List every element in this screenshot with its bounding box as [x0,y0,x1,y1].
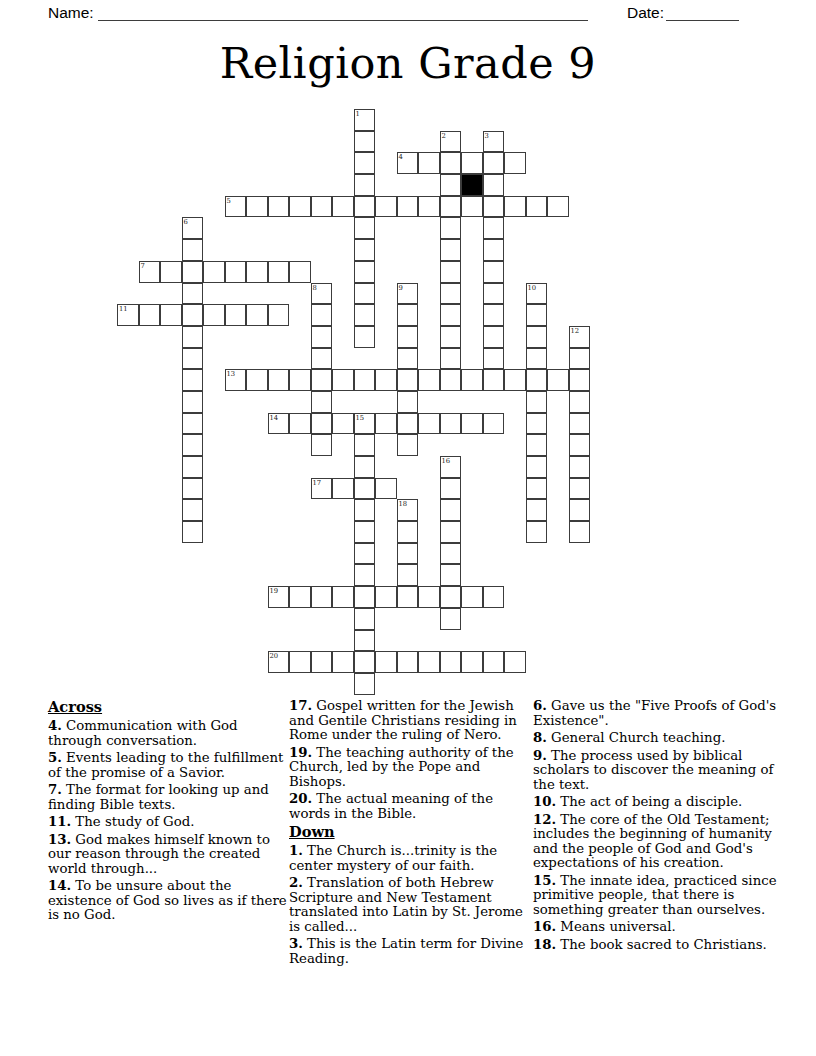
across-clue-19: 19. The teaching authority of the Church… [289,746,532,790]
grid-cell[interactable] [311,391,333,413]
down-clue-6: 6. Gave us the "Five Proofs of God's Exi… [533,699,785,728]
clue-number: 20 [270,652,279,660]
grid-cell[interactable] [246,196,268,218]
across-clue-13: 13. God makes himself known to our reaso… [48,833,287,877]
down-heading: Down [289,824,532,840]
grid-cell[interactable] [483,413,505,435]
grid-cell[interactable]: 1 [354,109,376,131]
clue-number: 4 [399,153,403,161]
grid-cell[interactable] [354,131,376,153]
grid-cell[interactable] [440,152,462,174]
clue-number: 13 [227,370,236,378]
grid-cell[interactable]: 10 [526,283,548,305]
grid-cell[interactable]: 5 [225,196,247,218]
grid-cell[interactable] [569,434,591,456]
grid-cell[interactable]: 12 [569,326,591,348]
grid-cell[interactable] [354,304,376,326]
grid-cell[interactable] [354,673,376,695]
grid-cell[interactable] [440,239,462,261]
grid-cell[interactable] [504,196,526,218]
grid-cell[interactable] [461,152,483,174]
grid-cell[interactable] [289,651,311,673]
grid-cell[interactable] [354,651,376,673]
down-clue-16: 16. Means universal. [533,920,785,935]
grid-cell[interactable] [483,217,505,239]
grid-cell[interactable] [526,304,548,326]
grid-cell[interactable] [160,304,182,326]
grid-cell[interactable] [311,304,333,326]
grid-cell[interactable]: 7 [139,261,161,283]
grid-cell[interactable] [354,586,376,608]
grid-cell[interactable] [440,586,462,608]
grid-cell[interactable] [440,608,462,630]
clue-number: 6 [184,218,188,226]
clue-number: 7 [141,262,145,270]
grid-cell[interactable] [354,239,376,261]
grid-cell[interactable] [397,586,419,608]
grid-cell[interactable] [225,261,247,283]
grid-cell[interactable] [569,369,591,391]
grid-cell[interactable] [526,521,548,543]
grid-cell[interactable] [354,152,376,174]
grid-cell[interactable] [504,369,526,391]
clue-number: 11 [119,305,128,313]
grid-cell[interactable] [418,196,440,218]
grid-cell[interactable]: 19 [268,586,290,608]
grid-cell[interactable] [526,478,548,500]
grid-cell[interactable] [418,413,440,435]
clue-number: 2 [442,132,446,140]
across-clue-17: 17. Gospel written for the Jewish and Ge… [289,699,532,743]
grid-cell[interactable] [461,413,483,435]
grid-cell[interactable] [440,499,462,521]
clue-number: 10 [528,284,537,292]
grid-cell[interactable] [397,196,419,218]
grid-cell[interactable] [332,369,354,391]
grid-cell[interactable] [483,651,505,673]
grid-cell[interactable]: 3 [483,131,505,153]
grid-cell[interactable] [182,348,204,370]
grid-cell[interactable] [354,196,376,218]
date-label: Date: [627,4,664,22]
grid-cell[interactable] [354,521,376,543]
grid-cell[interactable] [182,304,204,326]
name-label: Name: [48,4,94,22]
grid-cell[interactable] [483,586,505,608]
grid-cell[interactable] [397,651,419,673]
grid-cell[interactable]: 15 [354,413,376,435]
grid-cell[interactable] [504,651,526,673]
grid-cell[interactable] [483,326,505,348]
grid-cell[interactable] [461,369,483,391]
grid-cell[interactable] [440,521,462,543]
grid-cell[interactable] [418,369,440,391]
grid-cell[interactable] [526,434,548,456]
grid-cell[interactable] [139,304,161,326]
grid-cell[interactable] [375,478,397,500]
grid-cell[interactable] [397,434,419,456]
grid-cell[interactable] [440,369,462,391]
grid-cell[interactable] [268,196,290,218]
grid-cell[interactable] [289,586,311,608]
clue-column-middle: 17. Gospel written for the Jewish and Ge… [289,699,532,969]
grid-cell[interactable] [182,326,204,348]
grid-cell[interactable] [289,369,311,391]
across-clue-5: 5. Events leading to the fulfillment of … [48,751,287,780]
across-clue-14: 14. To be unsure about the existence of … [48,879,287,923]
grid-cell[interactable] [569,499,591,521]
grid-cell[interactable] [418,152,440,174]
grid-cell[interactable] [375,369,397,391]
grid-cell[interactable] [440,564,462,586]
grid-cell[interactable] [526,196,548,218]
grid-cell[interactable] [483,283,505,305]
grid-cell[interactable] [332,413,354,435]
grid-cell[interactable] [332,651,354,673]
clue-column-right: 6. Gave us the "Five Proofs of God's Exi… [533,699,785,955]
grid-cell[interactable] [354,543,376,565]
across-clue-20: 20. The actual meaning of the words in t… [289,792,532,821]
grid-cell[interactable] [483,261,505,283]
clue-number: 15 [356,414,365,422]
down-clue-1: 1. The Church is...trinity is the center… [289,844,532,873]
grid-cell[interactable] [483,196,505,218]
grid-cell[interactable] [483,304,505,326]
grid-cell[interactable] [354,217,376,239]
grid-cell[interactable] [375,586,397,608]
clue-number: 5 [227,197,231,205]
grid-cell[interactable] [182,261,204,283]
grid-cell[interactable] [569,348,591,370]
grid-cell[interactable] [440,326,462,348]
clue-number: 16 [442,457,451,465]
clue-number: 9 [399,284,403,292]
grid-cell[interactable] [483,239,505,261]
grid-cell[interactable] [440,651,462,673]
down-clue-8: 8. General Church teaching. [533,731,785,746]
grid-cell[interactable] [354,564,376,586]
grid-cell[interactable] [311,434,333,456]
clue-column-left: Across4. Communication with God through … [48,699,287,926]
grid-cell[interactable]: 11 [117,304,139,326]
grid-cell[interactable] [354,630,376,652]
grid-cell[interactable] [354,261,376,283]
grid-cell[interactable] [397,348,419,370]
clue-number: 3 [485,132,489,140]
crossword-grid: 1234567891011121314151617181920 [117,109,590,695]
grid-cell[interactable] [311,651,333,673]
grid-cell[interactable] [526,413,548,435]
grid-cell[interactable]: 16 [440,456,462,478]
grid-cell[interactable] [397,521,419,543]
grid-cell[interactable] [354,283,376,305]
clue-number: 17 [313,479,322,487]
grid-cell[interactable] [397,391,419,413]
grid-cell[interactable] [246,304,268,326]
grid-cell[interactable] [569,456,591,478]
grid-cell[interactable] [418,586,440,608]
grid-cell[interactable] [354,478,376,500]
grid-cell[interactable]: 8 [311,283,333,305]
blocked-cell [461,174,483,196]
grid-cell[interactable] [182,456,204,478]
grid-cell[interactable] [311,413,333,435]
grid-cell[interactable] [268,369,290,391]
grid-cell[interactable] [182,478,204,500]
grid-cell[interactable] [569,478,591,500]
grid-cell[interactable] [440,478,462,500]
grid-cell[interactable] [526,456,548,478]
grid-cell[interactable] [182,413,204,435]
grid-cell[interactable] [440,304,462,326]
grid-cell[interactable] [375,196,397,218]
grid-cell[interactable] [547,369,569,391]
grid-cell[interactable] [526,348,548,370]
grid-cell[interactable] [569,391,591,413]
clue-number: 8 [313,284,317,292]
grid-cell[interactable] [418,651,440,673]
grid-cell[interactable] [397,369,419,391]
grid-cell[interactable] [440,174,462,196]
grid-cell[interactable] [332,586,354,608]
grid-cell[interactable] [375,413,397,435]
grid-cell[interactable] [461,651,483,673]
grid-cell[interactable] [483,369,505,391]
grid-cell[interactable] [569,413,591,435]
grid-cell[interactable] [354,608,376,630]
grid-cell[interactable] [311,348,333,370]
grid-cell[interactable] [440,196,462,218]
name-underline [98,0,588,21]
grid-cell[interactable] [354,434,376,456]
grid-cell[interactable] [246,261,268,283]
grid-cell[interactable] [311,369,333,391]
grid-cell[interactable] [182,391,204,413]
clue-number: 18 [399,500,408,508]
grid-cell[interactable] [526,326,548,348]
grid-cell[interactable] [182,283,204,305]
grid-cell[interactable] [397,543,419,565]
grid-cell[interactable]: 2 [440,131,462,153]
grid-cell[interactable] [268,304,290,326]
across-clue-11: 11. The study of God. [48,815,287,830]
grid-cell[interactable] [354,326,376,348]
grid-cell[interactable]: 20 [268,651,290,673]
grid-cell[interactable] [354,369,376,391]
grid-cell[interactable] [569,521,591,543]
grid-cell[interactable] [311,196,333,218]
down-clue-12: 12. The core of the Old Testament; inclu… [533,813,785,871]
grid-cell[interactable] [483,152,505,174]
grid-cell[interactable]: 14 [268,413,290,435]
grid-cell[interactable] [203,304,225,326]
across-heading: Across [48,699,287,715]
grid-cell[interactable] [461,196,483,218]
grid-cell[interactable] [268,261,290,283]
clue-number: 14 [270,414,279,422]
grid-cell[interactable] [440,543,462,565]
grid-cell[interactable] [311,586,333,608]
grid-cell[interactable] [440,413,462,435]
grid-cell[interactable] [440,348,462,370]
grid-cell[interactable] [332,196,354,218]
grid-cell[interactable] [397,564,419,586]
grid-cell[interactable] [483,348,505,370]
grid-cell[interactable] [225,304,247,326]
across-clue-7: 7. The format for looking up and finding… [48,783,287,812]
down-clue-3: 3. This is the Latin term for Divine Rea… [289,937,532,966]
grid-cell[interactable] [461,586,483,608]
grid-cell[interactable]: 13 [225,369,247,391]
grid-cell[interactable] [375,651,397,673]
grid-cell[interactable] [182,521,204,543]
grid-cell[interactable] [547,196,569,218]
grid-cell[interactable]: 18 [397,499,419,521]
grid-cell[interactable]: 9 [397,283,419,305]
grid-cell[interactable] [397,413,419,435]
grid-cell[interactable] [504,152,526,174]
across-clue-4: 4. Communication with God through conver… [48,719,287,748]
grid-cell[interactable]: 6 [182,217,204,239]
grid-cell[interactable] [182,499,204,521]
grid-cell[interactable] [440,261,462,283]
down-clue-9: 9. The process used by biblical scholars… [533,749,785,793]
grid-cell[interactable] [526,499,548,521]
down-clue-18: 18. The book sacred to Christians. [533,938,785,953]
down-clue-10: 10. The act of being a disciple. [533,795,785,810]
grid-cell[interactable] [160,261,182,283]
down-clue-2: 2. Translation of both Hebrew Scripture … [289,876,532,934]
grid-cell[interactable] [397,304,419,326]
grid-cell[interactable] [246,369,268,391]
grid-cell[interactable] [440,217,462,239]
grid-cell[interactable] [182,434,204,456]
grid-cell[interactable] [289,261,311,283]
grid-cell[interactable] [311,326,333,348]
grid-cell[interactable]: 4 [397,152,419,174]
date-underline [666,0,739,21]
grid-cell[interactable] [332,478,354,500]
grid-cell[interactable]: 17 [311,478,333,500]
grid-cell[interactable] [526,369,548,391]
grid-cell[interactable] [182,239,204,261]
grid-cell[interactable] [440,283,462,305]
grid-cell[interactable] [397,326,419,348]
grid-cell[interactable] [182,369,204,391]
grid-cell[interactable] [289,413,311,435]
down-clue-15: 15. The innate idea, practiced since pri… [533,874,785,918]
clue-number: 19 [270,587,279,595]
grid-cell[interactable] [354,174,376,196]
grid-cell[interactable] [526,391,548,413]
grid-cell[interactable] [354,456,376,478]
grid-cell[interactable] [203,261,225,283]
clue-number: 1 [356,110,360,118]
grid-cell[interactable] [354,499,376,521]
page-title: Religion Grade 9 [0,38,816,88]
grid-cell[interactable] [289,196,311,218]
clue-number: 12 [571,327,580,335]
grid-cell[interactable] [483,174,505,196]
